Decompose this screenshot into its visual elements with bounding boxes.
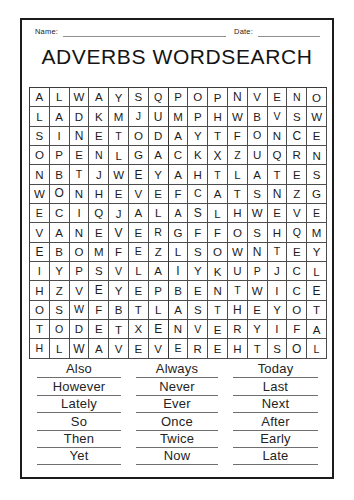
grid-cell-r5c7[interactable]: Y bbox=[149, 165, 169, 184]
grid-cell-r2c10[interactable]: H bbox=[208, 107, 228, 126]
grid-cell-r3c12[interactable]: O bbox=[248, 127, 268, 146]
grid-cell-r11c3[interactable]: V bbox=[70, 281, 90, 300]
grid-cell-r1c8[interactable]: P bbox=[169, 88, 189, 107]
grid-cell-r3c5[interactable]: T bbox=[109, 127, 129, 146]
grid-cell-r7c7[interactable]: L bbox=[149, 204, 169, 223]
word-item-after: After bbox=[233, 413, 318, 430]
grid-cell-r9c10[interactable]: O bbox=[208, 243, 228, 262]
grid-cell-r7c14[interactable]: V bbox=[287, 204, 307, 223]
grid-cell-r6c9[interactable]: C bbox=[188, 185, 208, 204]
grid-cell-r11c8[interactable]: B bbox=[169, 281, 189, 300]
word-item-last: Last bbox=[233, 378, 318, 395]
grid-cell-r7c6[interactable]: A bbox=[129, 204, 149, 223]
grid-cell-r3c8[interactable]: A bbox=[169, 127, 189, 146]
grid-cell-r4c13[interactable]: Q bbox=[268, 146, 288, 165]
grid-cell-r1c12[interactable]: V bbox=[248, 88, 268, 107]
grid-cell-r1c4[interactable]: A bbox=[89, 88, 109, 107]
grid-cell-r8c2[interactable]: A bbox=[50, 223, 70, 242]
word-item-once: Once bbox=[136, 413, 218, 430]
grid-cell-r11c5[interactable]: Y bbox=[109, 281, 129, 300]
word-item-lately: Lately bbox=[37, 396, 121, 413]
grid-cell-r6c7[interactable]: E bbox=[149, 185, 169, 204]
grid-cell-r5c3[interactable]: T bbox=[70, 165, 90, 184]
grid-cell-r3c2[interactable]: I bbox=[50, 127, 70, 146]
grid-cell-r6c13[interactable]: N bbox=[268, 185, 288, 204]
grid-cell-r4c5[interactable]: L bbox=[109, 146, 129, 165]
grid-cell-r13c1[interactable]: T bbox=[30, 320, 50, 339]
grid-cell-r9c15[interactable]: Y bbox=[307, 243, 327, 262]
grid-cell-r1c13[interactable]: E bbox=[268, 88, 288, 107]
grid-cell-r2c1[interactable]: L bbox=[30, 107, 50, 126]
grid-cell-r6c4[interactable]: H bbox=[89, 185, 109, 204]
grid-cell-r9c13[interactable]: T bbox=[268, 243, 288, 262]
grid-cell-r1c2[interactable]: L bbox=[50, 88, 70, 107]
grid-cell-r1c3[interactable]: W bbox=[70, 88, 90, 107]
word-item-next: Next bbox=[233, 396, 318, 413]
grid-cell-r4c12[interactable]: U bbox=[248, 146, 268, 165]
grid-cell-r8c12[interactable]: S bbox=[248, 223, 268, 242]
grid-cell-r8c1[interactable]: V bbox=[30, 223, 50, 242]
grid-cell-r14c13[interactable]: S bbox=[268, 339, 288, 358]
word-item-ever: Ever bbox=[136, 396, 218, 413]
grid-cell-r2c6[interactable]: J bbox=[129, 107, 149, 126]
grid-cell-r5c10[interactable]: T bbox=[208, 165, 228, 184]
grid-cell-r6c14[interactable]: Z bbox=[287, 185, 307, 204]
grid-cell-r8c3[interactable]: N bbox=[70, 223, 90, 242]
grid-cell-r14c2[interactable]: L bbox=[50, 339, 70, 358]
grid-cell-r7c15[interactable]: E bbox=[307, 204, 327, 223]
grid-cell-r10c9[interactable]: Y bbox=[188, 262, 208, 281]
grid-cell-r6c3[interactable]: N bbox=[70, 185, 90, 204]
grid-cell-r9c12[interactable]: N bbox=[248, 243, 268, 262]
date-label: Date: bbox=[234, 27, 253, 37]
grid-cell-r9c11[interactable]: W bbox=[228, 243, 248, 262]
grid-cell-r14c3[interactable]: W bbox=[70, 339, 90, 358]
word-list: AlsoHoweverLatelySoThenYet AlwaysNeverEv… bbox=[22, 361, 332, 465]
grid-cell-r4c9[interactable]: K bbox=[188, 146, 208, 165]
grid-cell-r14c7[interactable]: V bbox=[149, 339, 169, 358]
grid-cell-r11c1[interactable]: H bbox=[30, 281, 50, 300]
grid-cell-r13c14[interactable]: F bbox=[287, 320, 307, 339]
grid-cell-r4c3[interactable]: E bbox=[70, 146, 90, 165]
grid-cell-r13c6[interactable]: X bbox=[129, 320, 149, 339]
grid-cell-r3c15[interactable]: E bbox=[307, 127, 327, 146]
grid-cell-r12c8[interactable]: A bbox=[169, 301, 189, 320]
grid-cell-r9c1[interactable]: E bbox=[30, 243, 50, 262]
grid-cell-r13c8[interactable]: N bbox=[169, 320, 189, 339]
grid-cell-r7c11[interactable]: H bbox=[228, 204, 248, 223]
grid-cell-r10c13[interactable]: J bbox=[268, 262, 288, 281]
grid-cell-r5c14[interactable]: E bbox=[287, 165, 307, 184]
grid-cell-r8c7[interactable]: R bbox=[149, 223, 169, 242]
grid-cell-r13c15[interactable]: A bbox=[307, 320, 327, 339]
grid-cell-r4c7[interactable]: A bbox=[149, 146, 169, 165]
date-input-line[interactable] bbox=[258, 27, 320, 37]
grid-cell-r6c11[interactable]: T bbox=[228, 185, 248, 204]
grid-cell-r12c6[interactable]: T bbox=[129, 301, 149, 320]
grid-cell-r11c9[interactable]: E bbox=[188, 281, 208, 300]
grid-cell-r14c14[interactable]: O bbox=[287, 339, 307, 358]
grid-cell-r7c5[interactable]: J bbox=[109, 204, 129, 223]
grid-cell-r12c9[interactable]: S bbox=[188, 301, 208, 320]
grid-cell-r13c7[interactable]: E bbox=[149, 320, 169, 339]
grid-cell-r6c15[interactable]: G bbox=[307, 185, 327, 204]
header-meta-row: Name: Date: bbox=[35, 27, 320, 37]
grid-cell-r4c14[interactable]: R bbox=[287, 146, 307, 165]
page-title: ADVERBS WORDSEARCH bbox=[22, 45, 332, 69]
grid-cell-r13c5[interactable]: T bbox=[109, 320, 129, 339]
grid-cell-r5c13[interactable]: T bbox=[268, 165, 288, 184]
grid-cell-r1c14[interactable]: N bbox=[287, 88, 307, 107]
grid-cell-r5c5[interactable]: W bbox=[109, 165, 129, 184]
grid-cell-r9c8[interactable]: L bbox=[169, 243, 189, 262]
grid-cell-r13c13[interactable]: I bbox=[268, 320, 288, 339]
grid-cell-r3c6[interactable]: O bbox=[129, 127, 149, 146]
grid-cell-r12c13[interactable]: Y bbox=[268, 301, 288, 320]
grid-cell-r4c2[interactable]: P bbox=[50, 146, 70, 165]
wordsearch-grid: ALWAYSQPOPNVENOLADKMJUMPHWBVSWSINETODAYT… bbox=[29, 87, 327, 359]
grid-cell-r12c1[interactable]: O bbox=[30, 301, 50, 320]
grid-cell-r1c15[interactable]: O bbox=[307, 88, 327, 107]
grid-cell-r11c11[interactable]: T bbox=[228, 281, 248, 300]
word-item-today: Today bbox=[233, 361, 318, 378]
grid-cell-r14c5[interactable]: V bbox=[109, 339, 129, 358]
grid-cell-r4c15[interactable]: N bbox=[307, 146, 327, 165]
grid-cell-r8c8[interactable]: G bbox=[169, 223, 189, 242]
grid-cell-r13c2[interactable]: O bbox=[50, 320, 70, 339]
grid-cell-r2c4[interactable]: K bbox=[89, 107, 109, 126]
grid-cell-r3c7[interactable]: D bbox=[149, 127, 169, 146]
grid-cell-r4c4[interactable]: N bbox=[89, 146, 109, 165]
grid-cell-r9c5[interactable]: F bbox=[109, 243, 129, 262]
grid-cell-r10c5[interactable]: V bbox=[109, 262, 129, 281]
word-item-also: Also bbox=[37, 361, 121, 378]
grid-cell-r13c11[interactable]: R bbox=[228, 320, 248, 339]
grid-cell-r10c2[interactable]: Y bbox=[50, 262, 70, 281]
grid-cell-r13c9[interactable]: V bbox=[188, 320, 208, 339]
grid-cell-r2c8[interactable]: M bbox=[169, 107, 189, 126]
grid-cell-r8c14[interactable]: Q bbox=[287, 223, 307, 242]
grid-cell-r5c4[interactable]: J bbox=[89, 165, 109, 184]
name-label: Name: bbox=[35, 27, 58, 37]
grid-cell-r8c15[interactable]: M bbox=[307, 223, 327, 242]
grid-cell-r10c1[interactable]: I bbox=[30, 262, 50, 281]
grid-cell-r12c10[interactable]: T bbox=[208, 301, 228, 320]
grid-cell-r11c10[interactable]: N bbox=[208, 281, 228, 300]
grid-cell-r10c15[interactable]: L bbox=[307, 262, 327, 281]
grid-cell-r12c15[interactable]: T bbox=[307, 301, 327, 320]
grid-cell-r1c6[interactable]: S bbox=[129, 88, 149, 107]
grid-cell-r5c11[interactable]: L bbox=[228, 165, 248, 184]
grid-cell-r7c4[interactable]: Q bbox=[89, 204, 109, 223]
grid-cell-r7c1[interactable]: E bbox=[30, 204, 50, 223]
grid-cell-r5c8[interactable]: A bbox=[169, 165, 189, 184]
grid-cell-r3c11[interactable]: F bbox=[228, 127, 248, 146]
grid-cell-r12c14[interactable]: O bbox=[287, 301, 307, 320]
grid-cell-r7c3[interactable]: I bbox=[70, 204, 90, 223]
grid-cell-r11c15[interactable]: E bbox=[307, 281, 327, 300]
grid-cell-r11c6[interactable]: E bbox=[129, 281, 149, 300]
grid-cell-r7c12[interactable]: W bbox=[248, 204, 268, 223]
grid-cell-r14c6[interactable]: E bbox=[129, 339, 149, 358]
grid-cell-r5c6[interactable]: E bbox=[129, 165, 149, 184]
grid-cell-r14c8[interactable]: E bbox=[169, 339, 189, 358]
grid-cell-r7c9[interactable]: S bbox=[188, 204, 208, 223]
grid-cell-r1c7[interactable]: Q bbox=[149, 88, 169, 107]
word-item-yet: Yet bbox=[37, 448, 121, 465]
grid-cell-r14c4[interactable]: A bbox=[89, 339, 109, 358]
word-item-never: Never bbox=[136, 378, 218, 395]
name-input-line[interactable] bbox=[63, 27, 226, 37]
grid-cell-r6c12[interactable]: S bbox=[248, 185, 268, 204]
grid-cell-r2c11[interactable]: W bbox=[228, 107, 248, 126]
word-item-early: Early bbox=[233, 431, 318, 448]
grid-cell-r2c3[interactable]: D bbox=[70, 107, 90, 126]
grid-cell-r1c5[interactable]: Y bbox=[109, 88, 129, 107]
grid-cell-r10c6[interactable]: L bbox=[129, 262, 149, 281]
grid-cell-r14c10[interactable]: E bbox=[208, 339, 228, 358]
word-item-now: Now bbox=[136, 448, 218, 465]
worksheet-frame: Name: Date: ADVERBS WORDSEARCH ALWAYSQPO… bbox=[20, 18, 334, 479]
grid-cell-r6c10[interactable]: A bbox=[208, 185, 228, 204]
grid-cell-r3c9[interactable]: Y bbox=[188, 127, 208, 146]
grid-cell-r6c6[interactable]: V bbox=[129, 185, 149, 204]
grid-cell-r12c2[interactable]: S bbox=[50, 301, 70, 320]
grid-cell-r3c13[interactable]: N bbox=[268, 127, 288, 146]
grid-cell-r3c3[interactable]: N bbox=[70, 127, 90, 146]
grid-cell-r14c1[interactable]: H bbox=[30, 339, 50, 358]
grid-cell-r10c12[interactable]: P bbox=[248, 262, 268, 281]
word-item-twice: Twice bbox=[136, 431, 218, 448]
grid-cell-r7c10[interactable]: L bbox=[208, 204, 228, 223]
grid-cell-r2c15[interactable]: W bbox=[307, 107, 327, 126]
grid-cell-r10c3[interactable]: P bbox=[70, 262, 90, 281]
grid-cell-r5c15[interactable]: S bbox=[307, 165, 327, 184]
grid-cell-r9c6[interactable]: E bbox=[129, 243, 149, 262]
grid-cell-r10c11[interactable]: U bbox=[228, 262, 248, 281]
grid-cell-r13c3[interactable]: D bbox=[70, 320, 90, 339]
grid-cell-r14c15[interactable]: L bbox=[307, 339, 327, 358]
grid-cell-r8c5[interactable]: V bbox=[109, 223, 129, 242]
grid-cell-r8c13[interactable]: H bbox=[268, 223, 288, 242]
grid-cell-r14c11[interactable]: H bbox=[228, 339, 248, 358]
grid-cell-r14c12[interactable]: T bbox=[248, 339, 268, 358]
grid-cell-r2c7[interactable]: U bbox=[149, 107, 169, 126]
word-item-then: Then bbox=[37, 431, 121, 448]
grid-cell-r1c9[interactable]: O bbox=[188, 88, 208, 107]
grid-cell-r14c9[interactable]: R bbox=[188, 339, 208, 358]
grid-cell-r12c12[interactable]: E bbox=[248, 301, 268, 320]
grid-cell-r6c5[interactable]: E bbox=[109, 185, 129, 204]
grid-cell-r8c9[interactable]: F bbox=[188, 223, 208, 242]
grid-cell-r4c8[interactable]: C bbox=[169, 146, 189, 165]
grid-cell-r7c2[interactable]: C bbox=[50, 204, 70, 223]
grid-cell-r4c6[interactable]: G bbox=[129, 146, 149, 165]
grid-cell-r1c1[interactable]: A bbox=[30, 88, 50, 107]
grid-cell-r6c2[interactable]: O bbox=[50, 185, 70, 204]
grid-cell-r10c10[interactable]: K bbox=[208, 262, 228, 281]
grid-cell-r9c14[interactable]: E bbox=[287, 243, 307, 262]
grid-cell-r7c13[interactable]: E bbox=[268, 204, 288, 223]
grid-cell-r12c3[interactable]: W bbox=[70, 301, 90, 320]
grid-cell-r10c14[interactable]: C bbox=[287, 262, 307, 281]
grid-cell-r11c13[interactable]: I bbox=[268, 281, 288, 300]
grid-cell-r8c6[interactable]: E bbox=[129, 223, 149, 242]
grid-cell-r2c9[interactable]: P bbox=[188, 107, 208, 126]
grid-cell-r5c1[interactable]: N bbox=[30, 165, 50, 184]
word-item-late: Late bbox=[233, 448, 318, 465]
word-item-so: So bbox=[37, 413, 121, 430]
grid-cell-r3c4[interactable]: E bbox=[89, 127, 109, 146]
worksheet-page: Name: Date: ADVERBS WORDSEARCH ALWAYSQPO… bbox=[0, 0, 354, 500]
grid-cell-r8c11[interactable]: O bbox=[228, 223, 248, 242]
grid-cell-r11c14[interactable]: C bbox=[287, 281, 307, 300]
grid-cell-r8c10[interactable]: F bbox=[208, 223, 228, 242]
grid-cell-r1c10[interactable]: P bbox=[208, 88, 228, 107]
grid-cell-r5c2[interactable]: B bbox=[50, 165, 70, 184]
word-column: AlsoHoweverLatelySoThenYet bbox=[37, 361, 121, 465]
grid-cell-r12c7[interactable]: L bbox=[149, 301, 169, 320]
grid-cell-r10c8[interactable]: I bbox=[169, 262, 189, 281]
grid-cell-r9c2[interactable]: B bbox=[50, 243, 70, 262]
grid-cell-r4c1[interactable]: O bbox=[30, 146, 50, 165]
grid-cell-r1c11[interactable]: N bbox=[228, 88, 248, 107]
grid-cell-r2c14[interactable]: S bbox=[287, 107, 307, 126]
grid-cell-r9c3[interactable]: O bbox=[70, 243, 90, 262]
grid-cell-r11c4[interactable]: E bbox=[89, 281, 109, 300]
grid-cell-r8c4[interactable]: E bbox=[89, 223, 109, 242]
grid-cell-r2c12[interactable]: B bbox=[248, 107, 268, 126]
grid-cell-r12c5[interactable]: B bbox=[109, 301, 129, 320]
grid-cell-r13c10[interactable]: E bbox=[208, 320, 228, 339]
grid-cell-r9c4[interactable]: M bbox=[89, 243, 109, 262]
grid-cell-r2c5[interactable]: M bbox=[109, 107, 129, 126]
grid-cell-r2c2[interactable]: A bbox=[50, 107, 70, 126]
grid-cell-r5c9[interactable]: H bbox=[188, 165, 208, 184]
grid-cell-r9c9[interactable]: S bbox=[188, 243, 208, 262]
grid-cell-r11c2[interactable]: Z bbox=[50, 281, 70, 300]
grid-cell-r12c11[interactable]: H bbox=[228, 301, 248, 320]
grid-cell-r3c1[interactable]: S bbox=[30, 127, 50, 146]
grid-cell-r12c4[interactable]: F bbox=[89, 301, 109, 320]
grid-cell-r10c4[interactable]: S bbox=[89, 262, 109, 281]
word-item-however: However bbox=[37, 378, 121, 395]
grid-cell-r11c12[interactable]: W bbox=[248, 281, 268, 300]
grid-cell-r6c1[interactable]: W bbox=[30, 185, 50, 204]
grid-cell-r2c13[interactable]: V bbox=[268, 107, 288, 126]
grid-cell-r5c12[interactable]: A bbox=[248, 165, 268, 184]
word-column: TodayLastNextAfterEarlyLate bbox=[233, 361, 318, 465]
word-item-always: Always bbox=[136, 361, 218, 378]
grid-cell-r13c4[interactable]: E bbox=[89, 320, 109, 339]
grid-cell-r4c11[interactable]: Z bbox=[228, 146, 248, 165]
word-column: AlwaysNeverEverOnceTwiceNow bbox=[136, 361, 218, 465]
grid-cell-r3c14[interactable]: C bbox=[287, 127, 307, 146]
grid-cell-r4c10[interactable]: X bbox=[208, 146, 228, 165]
grid-cell-r10c7[interactable]: A bbox=[149, 262, 169, 281]
grid-cell-r11c7[interactable]: P bbox=[149, 281, 169, 300]
grid-cell-r7c8[interactable]: A bbox=[169, 204, 189, 223]
grid-cell-r3c10[interactable]: T bbox=[208, 127, 228, 146]
grid-cell-r6c8[interactable]: F bbox=[169, 185, 189, 204]
grid-cell-r13c12[interactable]: Y bbox=[248, 320, 268, 339]
grid-cell-r9c7[interactable]: Z bbox=[149, 243, 169, 262]
